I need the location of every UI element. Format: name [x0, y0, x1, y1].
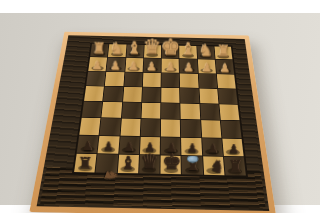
photo-with-white-border: ♜♞♝♛♚♝♞♜♟♟♟♟♟♟♟♟♟♟♟♟♟♟♟♟♜♞♝♛♚♝♞♜	[0, 0, 320, 213]
light-knight: ♞	[199, 42, 214, 58]
square-r6c6: ♟	[202, 138, 223, 156]
square-r0c6: ♞	[197, 46, 215, 59]
light-pawn: ♟	[129, 59, 140, 71]
square-r2c6	[198, 74, 217, 89]
square-r5c1	[100, 118, 121, 135]
square-r5c4	[161, 120, 180, 137]
square-r0c2: ♝	[126, 45, 144, 58]
light-bishop: ♝	[181, 41, 196, 58]
square-r1c0: ♟	[88, 57, 107, 71]
square-r3c2	[123, 87, 142, 102]
square-r1c5: ♟	[180, 59, 198, 73]
square-r3c0	[84, 86, 104, 101]
square-r2c2	[124, 72, 143, 86]
blue-painted-top	[187, 155, 199, 163]
square-r4c6	[200, 104, 220, 120]
square-r6c0: ♟	[77, 135, 99, 153]
light-rook: ♜	[217, 43, 231, 59]
square-r1c4: ♟	[162, 59, 179, 73]
square-r6c5: ♟	[181, 137, 201, 155]
square-r3c3	[142, 87, 161, 102]
square-r3c5	[180, 88, 199, 103]
light-pawn: ♟	[147, 60, 158, 72]
square-r7c5: ♝	[182, 156, 203, 175]
light-pawn: ♟	[110, 59, 121, 71]
square-r0c1: ♞	[108, 44, 126, 57]
dark-pawn: ♟	[186, 142, 197, 154]
light-pawn: ♟	[202, 61, 213, 73]
dark-rook: ♜	[228, 158, 243, 175]
dark-pawn: ♟	[228, 143, 239, 155]
square-r3c1	[103, 86, 123, 101]
dark-king: ♚	[161, 152, 181, 174]
dark-pawn: ♟	[102, 140, 113, 152]
square-r1c6: ♟	[198, 59, 216, 73]
square-r6c2: ♟	[119, 136, 140, 154]
square-r4c1	[102, 102, 122, 118]
square-r1c3: ♟	[143, 58, 161, 72]
square-r7c4: ♚	[160, 155, 181, 174]
square-r4c3	[141, 103, 160, 119]
square-r4c0	[82, 101, 103, 117]
board-grid: ♜♞♝♛♚♝♞♜♟♟♟♟♟♟♟♟♟♟♟♟♟♟♟♟♜♞♝♛♚♝♞♜	[72, 43, 248, 178]
square-r6c7: ♟	[222, 138, 244, 156]
light-bishop: ♝	[127, 40, 142, 57]
light-pawn: ♟	[220, 61, 231, 73]
square-r4c4	[161, 103, 180, 119]
chess-board: ♜♞♝♛♚♝♞♜♟♟♟♟♟♟♟♟♟♟♟♟♟♟♟♟♜♞♝♛♚♝♞♜	[29, 32, 276, 213]
square-r0c5: ♝	[179, 46, 196, 59]
square-r0c3: ♛	[144, 45, 161, 58]
square-r5c5	[181, 120, 201, 137]
dark-bishop: ♝	[185, 156, 201, 174]
board-painted-margin: ♜♞♝♛♚♝♞♜♟♟♟♟♟♟♟♟♟♟♟♟♟♟♟♟♜♞♝♛♚♝♞♜	[37, 35, 270, 211]
square-r0c4: ♚	[162, 45, 179, 58]
square-r1c2: ♟	[125, 58, 143, 72]
square-r3c4	[161, 88, 179, 103]
board-wood-frame: ♜♞♝♛♚♝♞♜♟♟♟♟♟♟♟♟♟♟♟♟♟♟♟♟♜♞♝♛♚♝♞♜	[29, 32, 276, 213]
square-r7c3: ♛	[139, 155, 160, 174]
light-pawn: ♟	[183, 60, 194, 72]
square-r0c0: ♜	[90, 44, 108, 57]
square-r7c6: ♞	[203, 156, 225, 175]
square-r4c5	[181, 104, 200, 120]
dark-bishop: ♝	[120, 155, 136, 173]
square-r5c3	[141, 119, 161, 136]
dark-queen: ♛	[140, 152, 159, 173]
square-r7c0: ♜	[74, 153, 97, 172]
square-r2c5	[180, 73, 198, 87]
light-pawn: ♟	[165, 60, 176, 72]
square-r1c1: ♟	[107, 58, 126, 72]
square-r4c7	[219, 104, 239, 120]
light-queen: ♛	[143, 37, 161, 57]
square-r4c2	[121, 102, 141, 118]
square-r2c4	[161, 73, 179, 87]
square-r7c2: ♝	[117, 154, 138, 173]
light-rook: ♜	[92, 41, 106, 57]
table-background: ♜♞♝♛♚♝♞♜♟♟♟♟♟♟♟♟♟♟♟♟♟♟♟♟♜♞♝♛♚♝♞♜	[0, 13, 320, 205]
light-pawn: ♟	[92, 58, 103, 70]
square-r5c2	[120, 119, 140, 136]
square-r2c3	[143, 72, 161, 86]
square-r5c0	[79, 118, 100, 135]
square-r5c7	[221, 121, 242, 138]
square-r3c6	[199, 88, 218, 103]
square-r2c0	[86, 71, 105, 85]
square-r7c1: ♞	[96, 154, 118, 173]
square-r3c7	[218, 89, 238, 104]
square-r1c7: ♟	[215, 60, 234, 74]
square-r2c7	[217, 74, 236, 89]
square-r2c1	[105, 72, 124, 86]
light-king: ♚	[161, 36, 181, 58]
light-knight: ♞	[110, 40, 125, 56]
dark-pawn: ♟	[123, 141, 134, 153]
square-r0c7: ♜	[214, 46, 232, 59]
square-r6c1: ♟	[98, 136, 119, 154]
dark-rook: ♜	[77, 155, 92, 172]
dark-pawn: ♟	[81, 140, 92, 152]
square-r5c6	[201, 120, 221, 137]
dark-pawn: ♟	[207, 142, 218, 154]
